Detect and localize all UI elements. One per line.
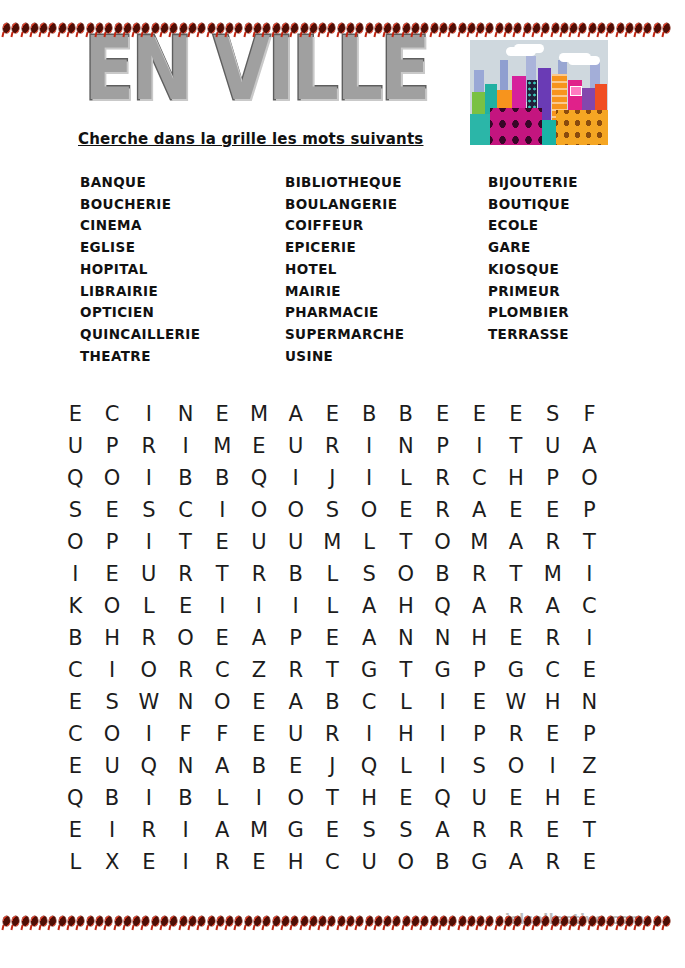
grid-cell-r4c3: S <box>130 494 167 526</box>
word-list: BANQUEBOUCHERIECINEMAEGLISEHOPITALLIBRAI… <box>80 172 620 367</box>
grid-cell-r9c10: T <box>387 654 424 686</box>
border-motif <box>3 916 10 926</box>
border-motif <box>235 916 242 926</box>
grid-cell-r5c9: L <box>351 526 388 558</box>
grid-cell-r4c8: S <box>314 494 351 526</box>
grid-cell-r15c12: G <box>461 846 498 878</box>
border-motif <box>477 916 484 926</box>
grid-cell-r5c6: U <box>241 526 278 558</box>
border-motif <box>142 916 149 926</box>
grid-cell-r10c4: N <box>167 686 204 718</box>
grid-cell-r6c2: E <box>94 558 131 590</box>
border-motif <box>663 916 670 926</box>
border-motif <box>514 916 521 926</box>
grid-cell-r15c2: X <box>94 846 131 878</box>
word-item: USINE <box>285 346 488 368</box>
border-motif <box>440 23 447 33</box>
grid-cell-r7c6: I <box>241 590 278 622</box>
grid-cell-r15c4: I <box>167 846 204 878</box>
border-motif <box>189 23 196 33</box>
grid-cell-r11c7: U <box>277 718 314 750</box>
building-shape <box>470 114 490 145</box>
grid-cell-r8c10: N <box>387 622 424 654</box>
grid-cell-r15c11: B <box>424 846 461 878</box>
grid-cell-r10c9: C <box>351 686 388 718</box>
grid-cell-r10c12: E <box>461 686 498 718</box>
grid-cell-r8c14: R <box>534 622 571 654</box>
grid-cell-r12c8: J <box>314 750 351 782</box>
grid-cell-r14c3: R <box>130 814 167 846</box>
border-motif <box>347 916 354 926</box>
border-motif <box>440 916 447 926</box>
grid-cell-r2c11: P <box>424 430 461 462</box>
border-motif <box>310 916 317 926</box>
border-motif <box>366 916 373 926</box>
grid-cell-r10c3: W <box>130 686 167 718</box>
word-item: BIBLIOTHEQUE <box>285 172 488 194</box>
word-item: TERRASSE <box>488 324 620 346</box>
grid-cell-r5c10: T <box>387 526 424 558</box>
border-motif <box>31 23 38 33</box>
grid-cell-r12c14: I <box>534 750 571 782</box>
grid-cell-r14c4: I <box>167 814 204 846</box>
grid-cell-r5c7: U <box>277 526 314 558</box>
grid-cell-r4c13: E <box>498 494 535 526</box>
border-motif <box>635 916 642 926</box>
grid-cell-r2c5: M <box>204 430 241 462</box>
grid-cell-r1c9: B <box>351 398 388 430</box>
border-motif <box>291 916 298 926</box>
grid-cell-r1c4: N <box>167 398 204 430</box>
border-motif <box>561 916 568 926</box>
border-motif <box>198 916 205 926</box>
grid-cell-r10c5: O <box>204 686 241 718</box>
grid-cell-r14c15: T <box>571 814 608 846</box>
grid-cell-r12c7: E <box>277 750 314 782</box>
grid-cell-r14c10: S <box>387 814 424 846</box>
border-motif <box>142 23 149 33</box>
grid-cell-r7c2: O <box>94 590 131 622</box>
grid-cell-r4c9: O <box>351 494 388 526</box>
grid-cell-r1c3: I <box>130 398 167 430</box>
grid-cell-r6c3: U <box>130 558 167 590</box>
border-motif <box>393 916 400 926</box>
grid-cell-r12c1: E <box>57 750 94 782</box>
grid-cell-r7c12: A <box>461 590 498 622</box>
border-motif <box>40 23 47 33</box>
grid-cell-r6c6: R <box>241 558 278 590</box>
border-motif <box>496 23 503 33</box>
border-motif <box>124 23 131 33</box>
grid-cell-r11c9: I <box>351 718 388 750</box>
border-motif <box>77 23 84 33</box>
grid-cell-r8c2: H <box>94 622 131 654</box>
grid-cell-r14c6: M <box>241 814 278 846</box>
border-motif <box>282 23 289 33</box>
border-motif <box>198 23 205 33</box>
grid-cell-r15c7: H <box>277 846 314 878</box>
word-item: MAIRIE <box>285 281 488 303</box>
border-motif <box>403 916 410 926</box>
border-motif <box>338 916 345 926</box>
grid-cell-r8c12: H <box>461 622 498 654</box>
grid-cell-r3c12: C <box>461 462 498 494</box>
grid-cell-r13c3: I <box>130 782 167 814</box>
border-motif <box>254 23 261 33</box>
border-motif <box>486 916 493 926</box>
border-motif <box>561 23 568 33</box>
word-item: QUINCAILLERIE <box>80 324 285 346</box>
grid-cell-r12c5: A <box>204 750 241 782</box>
grid-cell-r3c11: R <box>424 462 461 494</box>
grid-cell-r10c1: E <box>57 686 94 718</box>
border-motif <box>524 23 531 33</box>
border-motif <box>607 23 614 33</box>
grid-cell-r15c8: C <box>314 846 351 878</box>
grid-cell-r3c8: J <box>314 462 351 494</box>
grid-cell-r1c6: M <box>241 398 278 430</box>
border-motif <box>412 916 419 926</box>
word-item: THEATRE <box>80 346 285 368</box>
word-item: COIFFEUR <box>285 215 488 237</box>
worksheet-page: EN VILLE Cherche dans la grille les mots… <box>0 0 685 968</box>
border-motif <box>533 916 540 926</box>
word-search-grid: ECINEMAEBBEEESFUPRIMEURINPITUAQOIBBQIJIL… <box>57 398 608 878</box>
grid-cell-r14c14: E <box>534 814 571 846</box>
grid-cell-r11c4: F <box>167 718 204 750</box>
border-motif <box>59 916 66 926</box>
word-item: LIBRAIRIE <box>80 281 285 303</box>
border-motif <box>301 23 308 33</box>
border-motif <box>115 916 122 926</box>
grid-cell-r15c1: L <box>57 846 94 878</box>
border-motif <box>542 23 549 33</box>
border-motif <box>384 23 391 33</box>
grid-cell-r11c1: C <box>57 718 94 750</box>
grid-cell-r2c12: I <box>461 430 498 462</box>
border-motif <box>226 23 233 33</box>
border-motif <box>105 23 112 33</box>
grid-cell-r6c4: R <box>167 558 204 590</box>
grid-cell-r7c10: H <box>387 590 424 622</box>
grid-cell-r14c8: E <box>314 814 351 846</box>
grid-cell-r8c5: E <box>204 622 241 654</box>
border-motif <box>356 23 363 33</box>
grid-cell-r15c9: U <box>351 846 388 878</box>
grid-cell-r15c3: E <box>130 846 167 878</box>
grid-cell-r13c5: L <box>204 782 241 814</box>
grid-cell-r4c7: O <box>277 494 314 526</box>
border-motif <box>273 23 280 33</box>
grid-cell-r13c14: H <box>534 782 571 814</box>
grid-cell-r3c13: H <box>498 462 535 494</box>
border-motif <box>77 916 84 926</box>
grid-cell-r15c5: R <box>204 846 241 878</box>
grid-cell-r5c11: O <box>424 526 461 558</box>
word-item: PRIMEUR <box>488 281 620 303</box>
border-motif <box>505 23 512 33</box>
border-motif <box>254 916 261 926</box>
grid-cell-r7c4: E <box>167 590 204 622</box>
grid-cell-r1c2: C <box>94 398 131 430</box>
border-motif <box>310 23 317 33</box>
grid-cell-r2c3: R <box>130 430 167 462</box>
border-motif <box>96 23 103 33</box>
border-motif <box>282 916 289 926</box>
grid-cell-r8c9: A <box>351 622 388 654</box>
border-motif <box>133 23 140 33</box>
border-motif <box>319 916 326 926</box>
grid-cell-r3c2: O <box>94 462 131 494</box>
border-motif <box>226 916 233 926</box>
border-motif <box>403 23 410 33</box>
grid-cell-r3c5: B <box>204 462 241 494</box>
word-column-2: BIBLIOTHEQUEBOULANGERIECOIFFEUREPICERIEH… <box>285 172 488 367</box>
border-motif <box>431 916 438 926</box>
border-motif <box>124 916 131 926</box>
border-motif <box>49 916 56 926</box>
word-item: ECOLE <box>488 215 620 237</box>
border-motif <box>245 916 252 926</box>
grid-cell-r12c11: I <box>424 750 461 782</box>
border-motif <box>217 23 224 33</box>
border-motif <box>59 23 66 33</box>
border-motif <box>468 23 475 33</box>
border-motif <box>589 23 596 33</box>
word-item: HOPITAL <box>80 259 285 281</box>
border-motif <box>542 916 549 926</box>
border-motif <box>598 916 605 926</box>
grid-cell-r4c4: C <box>167 494 204 526</box>
grid-cell-r14c7: G <box>277 814 314 846</box>
border-motif <box>477 23 484 33</box>
grid-cell-r4c2: E <box>94 494 131 526</box>
grid-cell-r10c11: I <box>424 686 461 718</box>
border-motif <box>421 916 428 926</box>
border-motif <box>496 916 503 926</box>
grid-cell-r6c9: S <box>351 558 388 590</box>
grid-cell-r14c12: R <box>461 814 498 846</box>
grid-cell-r11c14: E <box>534 718 571 750</box>
border-motif <box>87 916 94 926</box>
border-motif <box>338 23 345 33</box>
border-motif <box>552 23 559 33</box>
border-motif <box>170 23 177 33</box>
grid-cell-r9c12: P <box>461 654 498 686</box>
grid-cell-r4c10: E <box>387 494 424 526</box>
border-motif <box>152 916 159 926</box>
border-motif <box>161 23 168 33</box>
grid-cell-r3c4: B <box>167 462 204 494</box>
grid-cell-r13c8: T <box>314 782 351 814</box>
border-motif <box>96 916 103 926</box>
grid-cell-r4c11: R <box>424 494 461 526</box>
border-motif <box>208 916 215 926</box>
border-motif <box>319 23 326 33</box>
border-motif <box>12 916 19 926</box>
border-motif <box>626 23 633 33</box>
grid-cell-r9c11: G <box>424 654 461 686</box>
grid-cell-r13c1: Q <box>57 782 94 814</box>
grid-cell-r12c13: O <box>498 750 535 782</box>
border-motif <box>208 23 215 33</box>
border-motif <box>459 916 466 926</box>
word-item: SUPERMARCHE <box>285 324 488 346</box>
grid-cell-r10c13: W <box>498 686 535 718</box>
grid-cell-r9c3: O <box>130 654 167 686</box>
grid-cell-r7c15: C <box>571 590 608 622</box>
grid-cell-r5c3: I <box>130 526 167 558</box>
border-motif <box>505 916 512 926</box>
border-motif <box>375 916 382 926</box>
border-motif <box>412 23 419 33</box>
grid-cell-r10c10: L <box>387 686 424 718</box>
border-motif <box>49 23 56 33</box>
border-motif <box>235 23 242 33</box>
border-motif <box>273 916 280 926</box>
grid-cell-r13c9: H <box>351 782 388 814</box>
grid-cell-r6c13: T <box>498 558 535 590</box>
border-motif <box>644 23 651 33</box>
grid-cell-r1c1: E <box>57 398 94 430</box>
border-motif <box>115 23 122 33</box>
grid-cell-r7c1: K <box>57 590 94 622</box>
grid-cell-r4c5: I <box>204 494 241 526</box>
grid-cell-r11c15: P <box>571 718 608 750</box>
border-motif <box>459 23 466 33</box>
grid-cell-r5c15: T <box>571 526 608 558</box>
grid-cell-r6c8: L <box>314 558 351 590</box>
border-motif <box>607 916 614 926</box>
grid-cell-r14c11: A <box>424 814 461 846</box>
grid-cell-r1c12: E <box>461 398 498 430</box>
grid-cell-r13c6: I <box>241 782 278 814</box>
building-shape <box>490 108 542 145</box>
border-motif <box>217 916 224 926</box>
border-motif <box>617 23 624 33</box>
grid-cell-r1c14: S <box>534 398 571 430</box>
border-motif <box>375 23 382 33</box>
instruction-text: Cherche dans la grille les mots suivants <box>78 130 424 148</box>
border-motif <box>486 23 493 33</box>
grid-cell-r8c3: R <box>130 622 167 654</box>
grid-cell-r1c10: B <box>387 398 424 430</box>
border-motif <box>180 916 187 926</box>
grid-cell-r10c6: E <box>241 686 278 718</box>
word-item: EPICERIE <box>285 237 488 259</box>
grid-cell-r5c13: A <box>498 526 535 558</box>
grid-cell-r1c5: E <box>204 398 241 430</box>
grid-cell-r7c3: L <box>130 590 167 622</box>
border-motif <box>589 916 596 926</box>
grid-cell-r10c14: H <box>534 686 571 718</box>
border-motif <box>654 916 661 926</box>
grid-cell-r10c7: A <box>277 686 314 718</box>
grid-cell-r12c4: N <box>167 750 204 782</box>
word-item: BOUTIQUE <box>488 194 620 216</box>
grid-cell-r11c10: H <box>387 718 424 750</box>
grid-cell-r3c14: P <box>534 462 571 494</box>
word-item: GARE <box>488 237 620 259</box>
border-motif <box>301 916 308 926</box>
word-item: CINEMA <box>80 215 285 237</box>
grid-cell-r9c1: C <box>57 654 94 686</box>
border-motif <box>133 916 140 926</box>
border-motif <box>617 916 624 926</box>
grid-cell-r13c7: O <box>277 782 314 814</box>
grid-cell-r9c14: C <box>534 654 571 686</box>
border-motif <box>356 916 363 926</box>
grid-cell-r9c8: T <box>314 654 351 686</box>
border-motif <box>663 23 670 33</box>
grid-cell-r1c7: A <box>277 398 314 430</box>
grid-cell-r4c12: A <box>461 494 498 526</box>
grid-cell-r13c11: Q <box>424 782 461 814</box>
word-column-3: BIJOUTERIEBOUTIQUEECOLEGAREKIOSQUEPRIMEU… <box>488 172 620 367</box>
word-column-1: BANQUEBOUCHERIECINEMAEGLISEHOPITALLIBRAI… <box>80 172 285 367</box>
grid-cell-r1c15: F <box>571 398 608 430</box>
cloud-shape <box>506 47 536 56</box>
grid-cell-r2c14: U <box>534 430 571 462</box>
word-item: PLOMBIER <box>488 302 620 324</box>
grid-cell-r1c11: E <box>424 398 461 430</box>
word-item: BIJOUTERIE <box>488 172 620 194</box>
grid-cell-r7c13: R <box>498 590 535 622</box>
grid-cell-r7c11: Q <box>424 590 461 622</box>
building-shape <box>542 120 556 145</box>
grid-cell-r12c6: B <box>241 750 278 782</box>
grid-cell-r3c9: I <box>351 462 388 494</box>
grid-cell-r13c4: B <box>167 782 204 814</box>
border-motif <box>22 23 29 33</box>
grid-cell-r14c1: E <box>57 814 94 846</box>
grid-cell-r6c14: M <box>534 558 571 590</box>
border-motif <box>291 23 298 33</box>
grid-cell-r9c6: Z <box>241 654 278 686</box>
border-motif <box>449 916 456 926</box>
grid-cell-r3c1: Q <box>57 462 94 494</box>
building-shape <box>556 110 608 145</box>
grid-cell-r11c13: R <box>498 718 535 750</box>
grid-cell-r3c7: I <box>277 462 314 494</box>
cloud-shape <box>568 56 600 65</box>
grid-cell-r7c5: I <box>204 590 241 622</box>
grid-cell-r5c5: E <box>204 526 241 558</box>
grid-cell-r7c14: A <box>534 590 571 622</box>
grid-cell-r13c12: U <box>461 782 498 814</box>
grid-cell-r15c6: E <box>241 846 278 878</box>
border-motif <box>87 23 94 33</box>
border-motif <box>635 23 642 33</box>
grid-cell-r8c4: O <box>167 622 204 654</box>
border-motif <box>68 916 75 926</box>
grid-cell-r2c7: U <box>277 430 314 462</box>
grid-cell-r3c15: O <box>571 462 608 494</box>
grid-cell-r4c1: S <box>57 494 94 526</box>
grid-cell-r7c8: L <box>314 590 351 622</box>
grid-cell-r2c6: E <box>241 430 278 462</box>
grid-cell-r2c13: T <box>498 430 535 462</box>
border-motif <box>366 23 373 33</box>
grid-cell-r13c13: E <box>498 782 535 814</box>
grid-cell-r5c4: T <box>167 526 204 558</box>
grid-cell-r13c2: B <box>94 782 131 814</box>
grid-cell-r1c13: E <box>498 398 535 430</box>
grid-cell-r11c11: I <box>424 718 461 750</box>
grid-cell-r2c10: N <box>387 430 424 462</box>
border-motif <box>393 23 400 33</box>
border-motif <box>626 916 633 926</box>
